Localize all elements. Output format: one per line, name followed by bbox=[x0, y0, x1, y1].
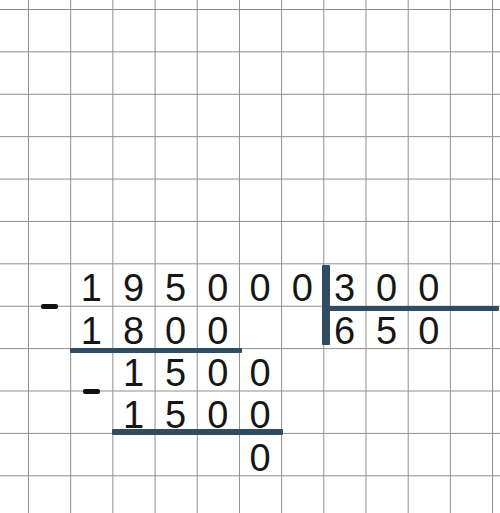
digit-cell-r8c2: 1 bbox=[70, 306, 112, 348]
division-bracket-vertical-line bbox=[322, 265, 330, 345]
minus-sign-2 bbox=[83, 389, 100, 394]
subtraction-underline-2 bbox=[112, 429, 283, 435]
digit-cell-r7c10: 0 bbox=[408, 263, 450, 305]
digit-cell-r10c6: 0 bbox=[239, 391, 281, 433]
digit-cell-r7c3: 9 bbox=[112, 263, 154, 305]
digit-cell-r9c6: 0 bbox=[239, 348, 281, 390]
digit-cell-r10c4: 5 bbox=[155, 391, 197, 433]
digit-cell-r9c3: 1 bbox=[112, 348, 154, 390]
digit-cell-r7c6: 0 bbox=[239, 263, 281, 305]
division-bracket-horizontal-line bbox=[322, 306, 498, 312]
digit-cell-r9c4: 5 bbox=[155, 348, 197, 390]
digit-cell-r7c4: 5 bbox=[155, 263, 197, 305]
digit-cell-r8c4: 0 bbox=[155, 306, 197, 348]
digit-cell-r8c10: 0 bbox=[408, 306, 450, 348]
minus-sign-1 bbox=[41, 304, 58, 309]
digit-cell-r7c2: 1 bbox=[70, 263, 112, 305]
squared-paper-worksheet: 1950003001800650150015000 bbox=[0, 0, 500, 513]
digit-cell-r7c9: 0 bbox=[366, 263, 408, 305]
digit-cell-r7c7: 0 bbox=[281, 263, 323, 305]
digit-cell-r8c9: 5 bbox=[366, 306, 408, 348]
digit-cell-r11c6: 0 bbox=[239, 433, 281, 475]
digit-cell-r10c3: 1 bbox=[112, 391, 154, 433]
digit-cell-r10c5: 0 bbox=[197, 391, 239, 433]
digit-cell-r9c5: 0 bbox=[197, 348, 239, 390]
subtraction-underline-1 bbox=[70, 348, 242, 354]
digit-cell-r7c5: 0 bbox=[197, 263, 239, 305]
digit-cell-r8c5: 0 bbox=[197, 306, 239, 348]
digit-cell-r8c3: 8 bbox=[112, 306, 154, 348]
